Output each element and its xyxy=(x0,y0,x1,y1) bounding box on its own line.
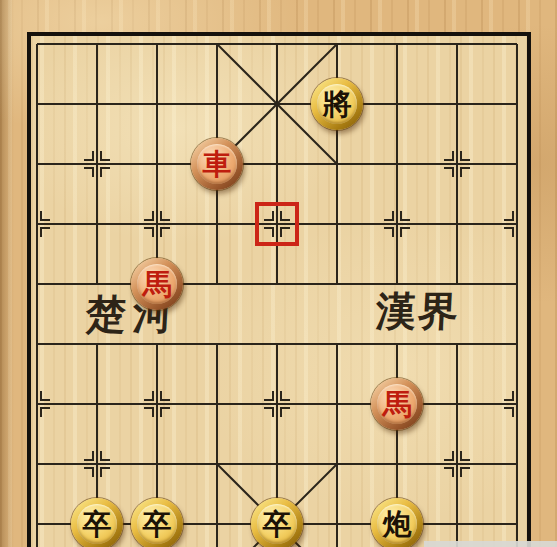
black-soldier-1[interactable]: 卒 xyxy=(71,498,123,547)
black-soldier-1-label: 卒 xyxy=(83,510,112,539)
black-cannon-label: 炮 xyxy=(383,510,412,539)
red-horse-left-label: 馬 xyxy=(143,270,172,299)
black-soldier-2-label: 卒 xyxy=(143,510,172,539)
red-chariot-label: 車 xyxy=(203,150,232,179)
red-horse-left-face: 馬 xyxy=(137,264,177,304)
black-general[interactable]: 將 xyxy=(311,78,363,130)
black-soldier-3-face: 卒 xyxy=(257,504,297,544)
black-soldier-2[interactable]: 卒 xyxy=(131,498,183,547)
red-horse-left[interactable]: 馬 xyxy=(131,258,183,310)
xiangqi-board: 楚河 漢界 將車馬馬卒卒卒炮 xyxy=(0,0,557,547)
red-chariot-face: 車 xyxy=(197,144,237,184)
black-general-label: 將 xyxy=(323,90,352,119)
black-general-face: 將 xyxy=(317,84,357,124)
black-cannon[interactable]: 炮 xyxy=(371,498,423,547)
red-horse-right-label: 馬 xyxy=(383,390,412,419)
black-soldier-3-label: 卒 xyxy=(263,510,292,539)
black-soldier-2-face: 卒 xyxy=(137,504,177,544)
black-cannon-face: 炮 xyxy=(377,504,417,544)
red-horse-right-face: 馬 xyxy=(377,384,417,424)
pieces-layer: 將車馬馬卒卒卒炮 xyxy=(7,14,547,547)
red-chariot[interactable]: 車 xyxy=(191,138,243,190)
black-soldier-1-face: 卒 xyxy=(77,504,117,544)
black-soldier-3[interactable]: 卒 xyxy=(251,498,303,547)
bottom-ui-edge xyxy=(424,541,557,547)
red-horse-right[interactable]: 馬 xyxy=(371,378,423,430)
